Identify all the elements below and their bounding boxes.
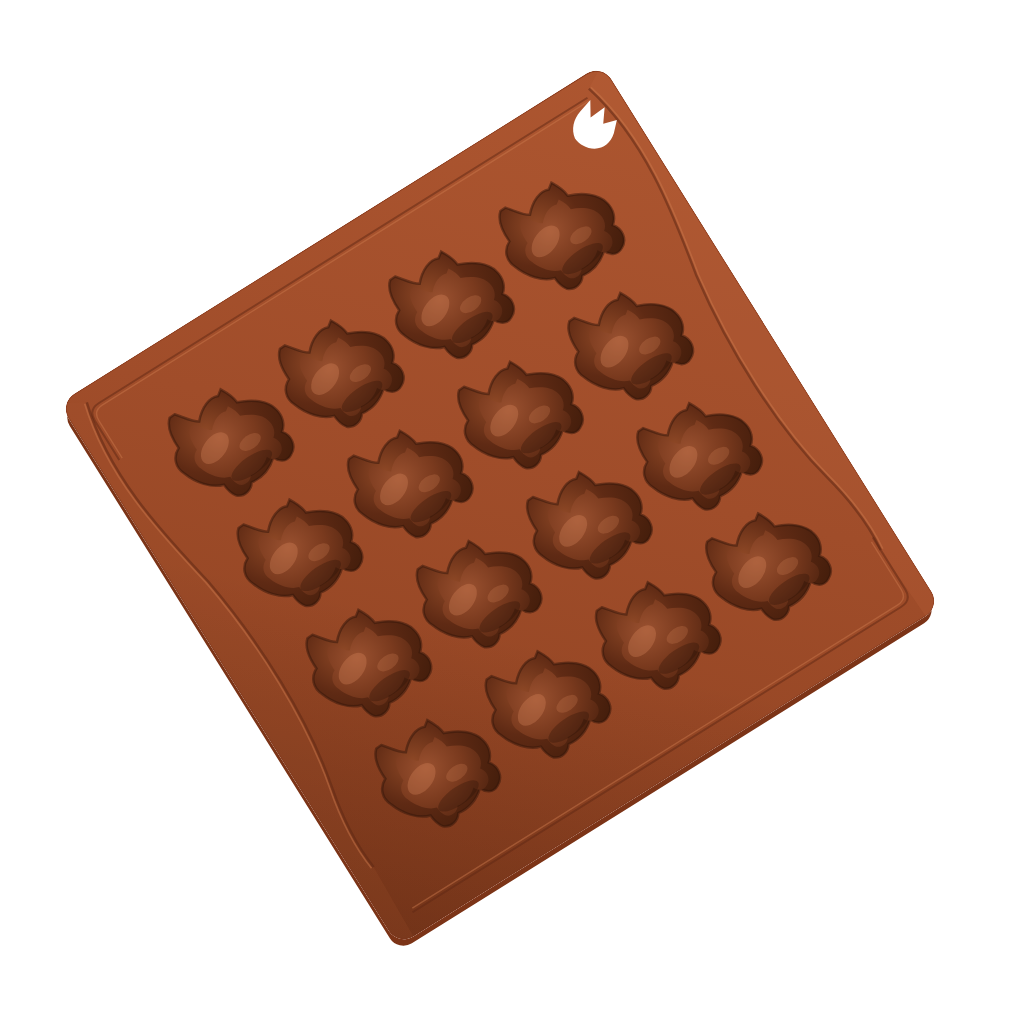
photo-canvas (0, 0, 1020, 1020)
chocolate-mold (59, 64, 941, 946)
shading-vignette (59, 64, 941, 946)
mold-graphic (59, 64, 941, 946)
